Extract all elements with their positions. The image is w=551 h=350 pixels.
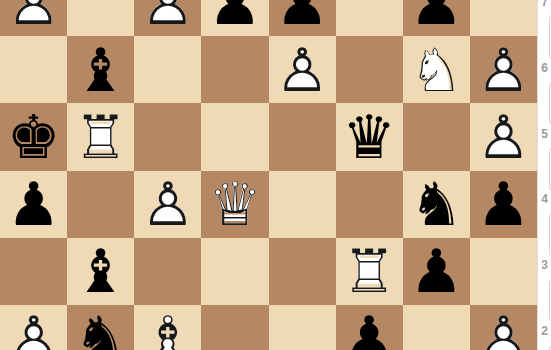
square-a7[interactable]: ♟♙ [0,0,67,36]
square-g6[interactable]: ♞♘ [403,36,470,103]
white-pawn-glyph: ♙ [7,308,61,350]
white-pawn-glyph: ♙ [477,40,531,100]
black-pawn-glyph: ♟ [409,0,463,33]
square-h2[interactable]: ♟♙ [470,305,537,350]
black-knight-piece[interactable]: ♞ [67,305,134,350]
square-g3[interactable]: ♟ [403,238,470,305]
square-h3[interactable] [470,238,537,305]
black-pawn-piece[interactable]: ♟ [336,305,403,350]
white-pawn-piece[interactable]: ♟♙ [0,0,67,36]
black-king-glyph: ♚ [7,107,61,167]
square-f7[interactable] [336,0,403,36]
black-bishop-piece[interactable]: ♝ [67,36,134,103]
white-pawn-glyph: ♙ [275,40,329,100]
square-c7[interactable]: ♟♙ [134,0,201,36]
black-pawn-piece[interactable]: ♟ [269,0,336,36]
white-pawn-piece[interactable]: ♟♙ [0,305,67,350]
chess-board-screenshot: ♟♙♟♙♟♟♟♝♟♙♞♘♟♙♚♜♖♛♟♙♟♟♙♛♕♞♟♝♜♖♟♟♙♞♝♗♟♟♙ … [0,0,551,350]
black-pawn-glyph: ♟ [342,308,396,350]
square-g4[interactable]: ♞ [403,171,470,238]
square-a3[interactable] [0,238,67,305]
square-b7[interactable] [67,0,134,36]
white-bishop-piece[interactable]: ♝♗ [134,305,201,350]
white-pawn-glyph: ♙ [141,174,195,234]
square-h6[interactable]: ♟♙ [470,36,537,103]
square-d4[interactable]: ♛♕ [201,171,268,238]
black-bishop-piece[interactable]: ♝ [67,238,134,305]
square-g7[interactable]: ♟ [403,0,470,36]
square-b4[interactable] [67,171,134,238]
rank-label-5: 5 [538,127,551,141]
white-queen-piece[interactable]: ♛♕ [201,171,268,238]
square-e3[interactable] [269,238,336,305]
square-h5[interactable]: ♟♙ [470,103,537,170]
rank-labels-panel: 765432 [537,0,551,350]
black-knight-glyph: ♞ [409,174,463,234]
square-c4[interactable]: ♟♙ [134,171,201,238]
square-d7[interactable]: ♟ [201,0,268,36]
square-h4[interactable]: ♟ [470,171,537,238]
black-bishop-glyph: ♝ [74,40,128,100]
square-c3[interactable] [134,238,201,305]
black-pawn-glyph: ♟ [208,0,262,33]
square-d3[interactable] [201,238,268,305]
black-pawn-piece[interactable]: ♟ [0,171,67,238]
white-pawn-piece[interactable]: ♟♙ [470,103,537,170]
square-h7[interactable] [470,0,537,36]
black-king-piece[interactable]: ♚ [0,103,67,170]
white-pawn-glyph: ♙ [7,0,61,33]
square-g2[interactable] [403,305,470,350]
white-pawn-piece[interactable]: ♟♙ [470,305,537,350]
rank-label-7: 7 [538,0,551,9]
chess-board[interactable]: ♟♙♟♙♟♟♟♝♟♙♞♘♟♙♚♜♖♛♟♙♟♟♙♛♕♞♟♝♜♖♟♟♙♞♝♗♟♟♙ [0,0,537,350]
square-d6[interactable] [201,36,268,103]
square-f3[interactable]: ♜♖ [336,238,403,305]
white-rook-piece[interactable]: ♜♖ [336,238,403,305]
rank-label-2: 2 [538,324,551,338]
white-pawn-piece[interactable]: ♟♙ [134,171,201,238]
square-e5[interactable] [269,103,336,170]
black-queen-glyph: ♛ [342,107,396,167]
black-queen-piece[interactable]: ♛ [336,103,403,170]
black-pawn-glyph: ♟ [275,0,329,33]
black-pawn-glyph: ♟ [477,174,531,234]
white-bishop-glyph: ♗ [141,308,195,350]
black-pawn-piece[interactable]: ♟ [470,171,537,238]
white-rook-glyph: ♖ [74,107,128,167]
square-e7[interactable]: ♟ [269,0,336,36]
black-knight-glyph: ♞ [74,308,128,350]
white-knight-glyph: ♘ [409,40,463,100]
square-b3[interactable]: ♝ [67,238,134,305]
black-pawn-piece[interactable]: ♟ [201,0,268,36]
square-d5[interactable] [201,103,268,170]
white-rook-piece[interactable]: ♜♖ [67,103,134,170]
square-b2[interactable]: ♞ [67,305,134,350]
square-d2[interactable] [201,305,268,350]
rank-label-3: 3 [538,258,551,272]
square-g5[interactable] [403,103,470,170]
black-pawn-glyph: ♟ [7,174,61,234]
square-e4[interactable] [269,171,336,238]
square-e2[interactable] [269,305,336,350]
black-pawn-piece[interactable]: ♟ [403,0,470,36]
square-c6[interactable] [134,36,201,103]
white-pawn-piece[interactable]: ♟♙ [269,36,336,103]
black-pawn-glyph: ♟ [409,241,463,301]
black-bishop-glyph: ♝ [74,241,128,301]
white-pawn-piece[interactable]: ♟♙ [470,36,537,103]
white-pawn-piece[interactable]: ♟♙ [134,0,201,36]
square-e6[interactable]: ♟♙ [269,36,336,103]
square-a5[interactable]: ♚ [0,103,67,170]
square-f2[interactable]: ♟ [336,305,403,350]
square-a2[interactable]: ♟♙ [0,305,67,350]
square-c2[interactable]: ♝♗ [134,305,201,350]
white-queen-glyph: ♕ [208,174,262,234]
square-f5[interactable]: ♛ [336,103,403,170]
square-c5[interactable] [134,103,201,170]
rank-label-4: 4 [538,192,551,206]
rank-label-6: 6 [538,61,551,75]
black-pawn-piece[interactable]: ♟ [403,238,470,305]
white-pawn-glyph: ♙ [477,308,531,350]
square-a4[interactable]: ♟ [0,171,67,238]
white-pawn-glyph: ♙ [141,0,195,33]
white-pawn-glyph: ♙ [477,107,531,167]
white-knight-piece[interactable]: ♞♘ [403,36,470,103]
square-a6[interactable] [0,36,67,103]
square-f4[interactable] [336,171,403,238]
black-knight-piece[interactable]: ♞ [403,171,470,238]
white-rook-glyph: ♖ [342,241,396,301]
square-f6[interactable] [336,36,403,103]
square-b6[interactable]: ♝ [67,36,134,103]
square-b5[interactable]: ♜♖ [67,103,134,170]
